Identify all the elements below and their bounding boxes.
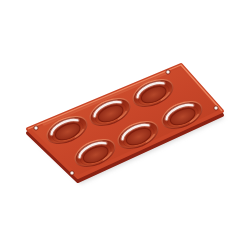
corner-hole-4 [70,171,74,175]
corner-hole-2 [214,106,218,110]
corner-hole-3 [34,126,38,130]
silicone-mould-illustration [0,0,250,250]
corner-hole-1 [166,70,170,74]
product-photo [0,0,250,250]
